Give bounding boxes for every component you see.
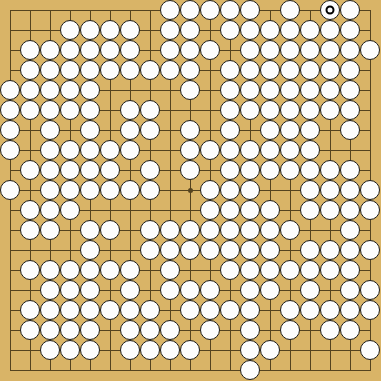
- white-stone[interactable]: [340, 300, 360, 320]
- go-board[interactable]: [0, 0, 381, 381]
- white-stone[interactable]: [40, 140, 60, 160]
- white-stone[interactable]: [140, 120, 160, 140]
- white-stone[interactable]: [180, 0, 200, 20]
- white-stone[interactable]: [280, 220, 300, 240]
- white-stone[interactable]: [80, 120, 100, 140]
- white-stone[interactable]: [280, 80, 300, 100]
- white-stone[interactable]: [160, 220, 180, 240]
- white-stone[interactable]: [60, 40, 80, 60]
- white-stone[interactable]: [120, 300, 140, 320]
- white-stone[interactable]: [240, 60, 260, 80]
- white-stone[interactable]: [0, 120, 20, 140]
- white-stone[interactable]: [260, 100, 280, 120]
- white-stone[interactable]: [320, 60, 340, 80]
- white-stone[interactable]: [300, 200, 320, 220]
- white-stone[interactable]: [240, 360, 260, 380]
- white-stone[interactable]: [340, 20, 360, 40]
- white-stone[interactable]: [120, 180, 140, 200]
- white-stone[interactable]: [20, 100, 40, 120]
- white-stone[interactable]: [100, 60, 120, 80]
- white-stone[interactable]: [60, 80, 80, 100]
- white-stone[interactable]: [300, 240, 320, 260]
- white-stone[interactable]: [300, 280, 320, 300]
- white-stone[interactable]: [340, 200, 360, 220]
- white-stone[interactable]: [40, 180, 60, 200]
- white-stone[interactable]: [240, 320, 260, 340]
- white-stone[interactable]: [120, 40, 140, 60]
- white-stone[interactable]: [60, 160, 80, 180]
- white-stone[interactable]: [280, 300, 300, 320]
- white-stone[interactable]: [160, 40, 180, 60]
- white-stone[interactable]: [180, 300, 200, 320]
- white-stone[interactable]: [360, 200, 380, 220]
- white-stone[interactable]: [240, 340, 260, 360]
- white-stone[interactable]: [200, 220, 220, 240]
- white-stone[interactable]: [240, 40, 260, 60]
- white-stone[interactable]: [240, 20, 260, 40]
- white-stone[interactable]: [80, 260, 100, 280]
- white-stone[interactable]: [260, 240, 280, 260]
- white-stone[interactable]: [60, 300, 80, 320]
- white-stone[interactable]: [300, 160, 320, 180]
- white-stone[interactable]: [40, 100, 60, 120]
- white-stone[interactable]: [260, 340, 280, 360]
- white-stone[interactable]: [40, 80, 60, 100]
- white-stone[interactable]: [20, 260, 40, 280]
- white-stone[interactable]: [220, 160, 240, 180]
- white-stone[interactable]: [0, 180, 20, 200]
- white-stone[interactable]: [280, 120, 300, 140]
- white-stone[interactable]: [20, 300, 40, 320]
- white-stone[interactable]: [80, 80, 100, 100]
- white-stone[interactable]: [60, 140, 80, 160]
- white-stone[interactable]: [20, 160, 40, 180]
- white-stone[interactable]: [360, 40, 380, 60]
- white-stone[interactable]: [320, 260, 340, 280]
- white-stone[interactable]: [220, 0, 240, 20]
- white-stone[interactable]: [340, 100, 360, 120]
- white-stone[interactable]: [80, 240, 100, 260]
- white-stone[interactable]: [180, 240, 200, 260]
- white-stone[interactable]: [40, 60, 60, 80]
- white-stone[interactable]: [20, 320, 40, 340]
- white-stone[interactable]: [280, 140, 300, 160]
- white-stone[interactable]: [240, 140, 260, 160]
- white-stone[interactable]: [60, 100, 80, 120]
- white-stone[interactable]: [280, 0, 300, 20]
- white-stone[interactable]: [140, 220, 160, 240]
- white-stone[interactable]: [100, 300, 120, 320]
- white-stone[interactable]: [200, 300, 220, 320]
- white-stone[interactable]: [240, 260, 260, 280]
- white-stone[interactable]: [300, 120, 320, 140]
- white-stone[interactable]: [280, 160, 300, 180]
- white-stone[interactable]: [120, 120, 140, 140]
- white-stone[interactable]: [40, 120, 60, 140]
- white-stone[interactable]: [40, 300, 60, 320]
- white-stone[interactable]: [140, 340, 160, 360]
- white-stone[interactable]: [100, 180, 120, 200]
- white-stone[interactable]: [180, 120, 200, 140]
- white-stone[interactable]: [40, 200, 60, 220]
- white-stone[interactable]: [200, 140, 220, 160]
- white-stone[interactable]: [120, 340, 140, 360]
- white-stone[interactable]: [240, 0, 260, 20]
- white-stone[interactable]: [120, 140, 140, 160]
- white-stone[interactable]: [40, 40, 60, 60]
- star-point: [188, 188, 193, 193]
- white-stone[interactable]: [300, 180, 320, 200]
- white-stone[interactable]: [40, 280, 60, 300]
- white-stone[interactable]: [240, 100, 260, 120]
- white-stone[interactable]: [160, 0, 180, 20]
- white-stone[interactable]: [220, 260, 240, 280]
- white-stone[interactable]: [220, 240, 240, 260]
- white-stone[interactable]: [140, 160, 160, 180]
- white-stone[interactable]: [180, 340, 200, 360]
- white-stone[interactable]: [60, 200, 80, 220]
- white-stone[interactable]: [160, 60, 180, 80]
- white-stone[interactable]: [80, 20, 100, 40]
- white-stone[interactable]: [300, 100, 320, 120]
- white-stone[interactable]: [240, 160, 260, 180]
- white-stone[interactable]: [80, 160, 100, 180]
- white-stone[interactable]: [180, 160, 200, 180]
- white-stone[interactable]: [360, 340, 380, 360]
- white-stone[interactable]: [240, 300, 260, 320]
- white-stone[interactable]: [340, 180, 360, 200]
- white-stone[interactable]: [220, 20, 240, 40]
- white-stone[interactable]: [60, 20, 80, 40]
- white-stone[interactable]: [220, 120, 240, 140]
- white-stone[interactable]: [260, 200, 280, 220]
- white-stone[interactable]: [100, 40, 120, 60]
- white-stone[interactable]: [140, 240, 160, 260]
- white-stone[interactable]: [100, 220, 120, 240]
- white-stone[interactable]: [300, 20, 320, 40]
- white-stone[interactable]: [180, 280, 200, 300]
- white-stone[interactable]: [360, 280, 380, 300]
- white-stone[interactable]: [0, 100, 20, 120]
- white-stone[interactable]: [320, 300, 340, 320]
- white-stone[interactable]: [200, 0, 220, 20]
- white-stone[interactable]: [160, 320, 180, 340]
- white-stone[interactable]: [40, 160, 60, 180]
- white-stone[interactable]: [60, 340, 80, 360]
- white-stone[interactable]: [200, 180, 220, 200]
- white-stone[interactable]: [200, 240, 220, 260]
- white-stone[interactable]: [60, 60, 80, 80]
- white-stone[interactable]: [220, 60, 240, 80]
- last-move-marker: [326, 6, 335, 15]
- white-stone[interactable]: [100, 260, 120, 280]
- white-stone[interactable]: [300, 260, 320, 280]
- white-stone[interactable]: [360, 180, 380, 200]
- white-stone[interactable]: [20, 220, 40, 240]
- white-stone[interactable]: [300, 80, 320, 100]
- white-stone[interactable]: [340, 260, 360, 280]
- white-stone[interactable]: [320, 320, 340, 340]
- white-stone[interactable]: [320, 160, 340, 180]
- white-stone[interactable]: [140, 100, 160, 120]
- white-stone[interactable]: [80, 180, 100, 200]
- white-stone[interactable]: [40, 220, 60, 240]
- white-stone[interactable]: [20, 40, 40, 60]
- white-stone[interactable]: [80, 60, 100, 80]
- white-stone[interactable]: [340, 0, 360, 20]
- white-stone[interactable]: [260, 120, 280, 140]
- white-stone[interactable]: [80, 40, 100, 60]
- white-stone[interactable]: [340, 40, 360, 60]
- white-stone[interactable]: [100, 160, 120, 180]
- white-stone[interactable]: [140, 300, 160, 320]
- white-stone[interactable]: [80, 100, 100, 120]
- white-stone[interactable]: [20, 80, 40, 100]
- white-stone[interactable]: [180, 220, 200, 240]
- white-stone[interactable]: [0, 140, 20, 160]
- white-stone[interactable]: [100, 140, 120, 160]
- white-stone[interactable]: [160, 340, 180, 360]
- white-stone[interactable]: [220, 80, 240, 100]
- white-stone[interactable]: [60, 180, 80, 200]
- white-stone[interactable]: [240, 180, 260, 200]
- white-stone[interactable]: [120, 320, 140, 340]
- white-stone[interactable]: [20, 200, 40, 220]
- white-stone[interactable]: [100, 20, 120, 40]
- white-stone[interactable]: [240, 220, 260, 240]
- white-stone[interactable]: [120, 280, 140, 300]
- white-stone[interactable]: [80, 340, 100, 360]
- white-stone[interactable]: [220, 100, 240, 120]
- white-stone[interactable]: [0, 80, 20, 100]
- white-stone[interactable]: [240, 240, 260, 260]
- white-stone[interactable]: [360, 300, 380, 320]
- white-stone[interactable]: [320, 100, 340, 120]
- white-stone[interactable]: [320, 20, 340, 40]
- white-stone[interactable]: [260, 160, 280, 180]
- white-stone[interactable]: [300, 40, 320, 60]
- white-stone[interactable]: [80, 320, 100, 340]
- white-stone[interactable]: [180, 140, 200, 160]
- white-stone[interactable]: [280, 100, 300, 120]
- white-stone[interactable]: [300, 300, 320, 320]
- white-stone[interactable]: [260, 140, 280, 160]
- white-stone[interactable]: [200, 280, 220, 300]
- white-stone[interactable]: [340, 320, 360, 340]
- white-stone[interactable]: [120, 100, 140, 120]
- white-stone[interactable]: [240, 200, 260, 220]
- white-stone[interactable]: [340, 160, 360, 180]
- white-stone[interactable]: [260, 80, 280, 100]
- white-stone[interactable]: [160, 20, 180, 40]
- white-stone[interactable]: [200, 200, 220, 220]
- white-stone[interactable]: [280, 20, 300, 40]
- white-stone[interactable]: [140, 320, 160, 340]
- white-stone[interactable]: [40, 340, 60, 360]
- white-stone[interactable]: [320, 40, 340, 60]
- white-stone[interactable]: [200, 320, 220, 340]
- white-stone[interactable]: [60, 320, 80, 340]
- white-stone[interactable]: [220, 300, 240, 320]
- white-stone[interactable]: [120, 20, 140, 40]
- white-stone[interactable]: [160, 240, 180, 260]
- white-stone[interactable]: [160, 260, 180, 280]
- white-stone[interactable]: [280, 40, 300, 60]
- white-stone[interactable]: [240, 80, 260, 100]
- white-stone[interactable]: [340, 60, 360, 80]
- white-stone[interactable]: [300, 140, 320, 160]
- white-stone[interactable]: [240, 280, 260, 300]
- white-stone[interactable]: [140, 60, 160, 80]
- white-stone[interactable]: [360, 240, 380, 260]
- white-stone[interactable]: [160, 280, 180, 300]
- white-stone[interactable]: [260, 280, 280, 300]
- white-stone[interactable]: [80, 140, 100, 160]
- white-stone[interactable]: [260, 60, 280, 80]
- white-stone[interactable]: [220, 220, 240, 240]
- white-stone[interactable]: [40, 260, 60, 280]
- white-stone[interactable]: [180, 60, 200, 80]
- white-stone[interactable]: [80, 220, 100, 240]
- white-stone[interactable]: [260, 20, 280, 40]
- white-stone[interactable]: [280, 60, 300, 80]
- grid-line-horizontal: [10, 370, 371, 371]
- white-stone[interactable]: [220, 200, 240, 220]
- white-stone[interactable]: [260, 220, 280, 240]
- white-stone[interactable]: [80, 300, 100, 320]
- white-stone[interactable]: [340, 120, 360, 140]
- white-stone[interactable]: [180, 40, 200, 60]
- white-stone[interactable]: [260, 260, 280, 280]
- white-stone[interactable]: [60, 260, 80, 280]
- white-stone[interactable]: [220, 180, 240, 200]
- white-stone[interactable]: [180, 80, 200, 100]
- white-stone[interactable]: [120, 60, 140, 80]
- white-stone[interactable]: [140, 180, 160, 200]
- white-stone[interactable]: [40, 320, 60, 340]
- white-stone[interactable]: [340, 240, 360, 260]
- white-stone[interactable]: [340, 80, 360, 100]
- white-stone[interactable]: [280, 260, 300, 280]
- white-stone[interactable]: [320, 200, 340, 220]
- white-stone[interactable]: [320, 0, 340, 20]
- white-stone[interactable]: [220, 140, 240, 160]
- white-stone[interactable]: [280, 320, 300, 340]
- white-stone[interactable]: [120, 260, 140, 280]
- white-stone[interactable]: [80, 280, 100, 300]
- white-stone[interactable]: [60, 280, 80, 300]
- white-stone[interactable]: [180, 20, 200, 40]
- white-stone[interactable]: [260, 40, 280, 60]
- white-stone[interactable]: [320, 180, 340, 200]
- white-stone[interactable]: [20, 60, 40, 80]
- white-stone[interactable]: [200, 40, 220, 60]
- white-stone[interactable]: [320, 80, 340, 100]
- white-stone[interactable]: [300, 60, 320, 80]
- white-stone[interactable]: [340, 280, 360, 300]
- white-stone[interactable]: [320, 240, 340, 260]
- white-stone[interactable]: [340, 220, 360, 240]
